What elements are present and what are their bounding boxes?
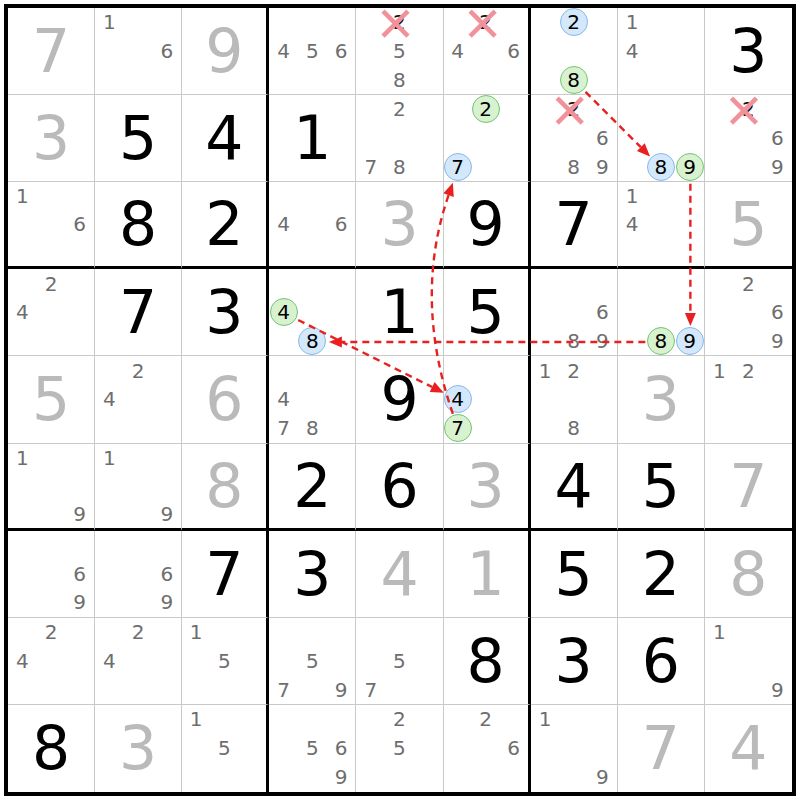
solver-placed-digit: 4	[729, 718, 767, 778]
given-digit: 2	[205, 194, 243, 254]
cell-r8c5[interactable]: 57	[356, 618, 443, 705]
candidate-8: 8	[559, 153, 588, 182]
candidate-2: 2	[559, 95, 588, 124]
candidate-6: 6	[500, 37, 528, 66]
cell-r8c7[interactable]: 3	[531, 618, 618, 705]
candidate-6: 6	[65, 559, 94, 588]
solver-placed-digit: 7	[32, 21, 70, 81]
cell-r9c5[interactable]: 25	[356, 705, 443, 792]
cell-r4c3[interactable]: 3	[182, 269, 269, 356]
candidate-6: 6	[65, 210, 94, 238]
cell-r2c3[interactable]: 4	[182, 95, 269, 182]
cell-r3c2[interactable]: 8	[95, 182, 182, 269]
candidate-9: 9	[65, 500, 94, 528]
candidate-2: 2	[734, 269, 763, 298]
cell-r7c1[interactable]: 69	[8, 531, 95, 618]
candidate-4: 4	[618, 37, 647, 66]
green-chain-node-circle: 4	[270, 298, 298, 326]
candidate-9: 9	[588, 763, 617, 792]
solver-placed-digit: 3	[467, 456, 505, 516]
green-chain-node-circle: 2	[472, 95, 500, 123]
candidate-9: 9	[327, 763, 356, 792]
candidate-5: 5	[385, 646, 414, 675]
candidate-6: 6	[153, 559, 182, 588]
cell-r4c8[interactable]: 89	[618, 269, 705, 356]
candidate-1: 1	[531, 705, 560, 734]
candidate-6: 6	[588, 298, 617, 327]
cell-r6c2[interactable]: 19	[95, 444, 182, 531]
cell-r3c8[interactable]: 14	[618, 182, 705, 269]
blue-chain-node-circle: 2	[560, 8, 588, 36]
candidate-7: 7	[356, 675, 385, 704]
cell-r9c4[interactable]: 569	[269, 705, 356, 792]
given-digit: 1	[380, 282, 418, 342]
candidate-9: 9	[763, 153, 792, 182]
candidate-7: 7	[444, 414, 472, 443]
candidate-8: 8	[559, 65, 588, 94]
cell-r6c4[interactable]: 2	[269, 444, 356, 531]
given-digit: 4	[555, 456, 593, 516]
solver-placed-digit: 5	[32, 369, 70, 429]
cell-r1c9[interactable]: 3	[705, 8, 792, 95]
sudoku-board: 7169456258246281433541278272689892691682…	[4, 4, 796, 796]
solver-placed-digit: 4	[380, 544, 418, 604]
cell-r4c4[interactable]: 48	[269, 269, 356, 356]
candidate-2: 2	[472, 8, 500, 37]
candidate-5: 5	[210, 646, 238, 675]
given-digit: 3	[555, 631, 593, 691]
candidate-7: 7	[269, 675, 298, 704]
candidate-2: 2	[559, 356, 588, 385]
candidate-9: 9	[153, 588, 182, 617]
solver-placed-digit: 5	[729, 194, 767, 254]
candidate-6: 6	[327, 37, 356, 66]
candidate-1: 1	[182, 705, 210, 734]
cell-r1c3[interactable]: 9	[182, 8, 269, 95]
cell-r8c9[interactable]: 19	[705, 618, 792, 705]
cell-r7c2[interactable]: 69	[95, 531, 182, 618]
cell-r4c5[interactable]: 1	[356, 269, 443, 356]
given-digit: 8	[32, 718, 70, 778]
candidate-8: 8	[298, 327, 327, 356]
cell-r5c6[interactable]: 47	[444, 356, 531, 443]
cell-r9c9[interactable]: 4	[705, 705, 792, 792]
cell-r3c7[interactable]: 7	[531, 182, 618, 269]
cell-r9c1[interactable]: 8	[8, 705, 95, 792]
candidate-6: 6	[500, 734, 528, 763]
cell-r3c1[interactable]: 16	[8, 182, 95, 269]
cell-r4c1[interactable]: 24	[8, 269, 95, 356]
solver-placed-digit: 6	[205, 369, 243, 429]
candidate-1: 1	[531, 356, 560, 385]
candidate-2: 2	[124, 356, 153, 385]
candidate-2: 2	[734, 356, 763, 385]
cell-r8c3[interactable]: 15	[182, 618, 269, 705]
candidate-9: 9	[675, 327, 704, 356]
candidate-4: 4	[444, 37, 472, 66]
candidate-2: 2	[385, 705, 414, 734]
cell-r8c4[interactable]: 579	[269, 618, 356, 705]
cell-r5c2[interactable]: 24	[95, 356, 182, 443]
cell-r1c1[interactable]: 7	[8, 8, 95, 95]
blue-chain-node-circle: 8	[298, 327, 326, 355]
candidate-9: 9	[65, 588, 94, 617]
given-digit: 3	[293, 544, 331, 604]
candidate-6: 6	[763, 298, 792, 327]
candidate-4: 4	[8, 646, 37, 675]
given-digit: 9	[467, 194, 505, 254]
cell-r4c2[interactable]: 7	[95, 269, 182, 356]
candidate-9: 9	[327, 675, 356, 704]
candidate-1: 1	[95, 444, 124, 472]
green-chain-node-circle: 7	[444, 414, 472, 442]
cell-r2c4[interactable]: 1	[269, 95, 356, 182]
cell-r2c7[interactable]: 2689	[531, 95, 618, 182]
cell-r5c4[interactable]: 478	[269, 356, 356, 443]
cell-r3c3[interactable]: 2	[182, 182, 269, 269]
candidate-5: 5	[298, 734, 327, 763]
cell-r4c7[interactable]: 689	[531, 269, 618, 356]
candidate-7: 7	[356, 153, 385, 182]
solver-placed-digit: 8	[205, 456, 243, 516]
candidate-9: 9	[675, 153, 704, 182]
given-digit: 5	[642, 456, 680, 516]
candidate-6: 6	[327, 210, 356, 238]
cell-r2c6[interactable]: 27	[444, 95, 531, 182]
candidate-8: 8	[646, 327, 675, 356]
candidate-8: 8	[559, 327, 588, 356]
solver-placed-digit: 7	[642, 718, 680, 778]
cell-r9c3[interactable]: 15	[182, 705, 269, 792]
candidate-1: 1	[705, 618, 734, 647]
given-digit: 9	[380, 369, 418, 429]
candidate-2: 2	[385, 8, 414, 37]
cell-r7c3[interactable]: 7	[182, 531, 269, 618]
cell-r7c7[interactable]: 5	[531, 531, 618, 618]
given-digit: 5	[555, 544, 593, 604]
candidate-4: 4	[8, 298, 37, 327]
cell-r8c2[interactable]: 24	[95, 618, 182, 705]
candidate-5: 5	[385, 37, 414, 66]
candidate-6: 6	[588, 124, 617, 153]
candidate-5: 5	[210, 734, 238, 763]
cell-r8c1[interactable]: 24	[8, 618, 95, 705]
cell-r5c3[interactable]: 6	[182, 356, 269, 443]
given-digit: 7	[555, 194, 593, 254]
candidate-7: 7	[269, 414, 298, 443]
candidate-1: 1	[618, 182, 647, 210]
cell-r6c7[interactable]: 4	[531, 444, 618, 531]
cell-r7c5[interactable]: 4	[356, 531, 443, 618]
solver-placed-digit: 1	[467, 544, 505, 604]
cell-r1c2[interactable]: 16	[95, 8, 182, 95]
blue-chain-node-circle: 7	[444, 153, 472, 181]
given-digit: 2	[642, 544, 680, 604]
candidate-7: 7	[444, 153, 472, 182]
green-chain-node-circle: 9	[676, 153, 704, 181]
cell-r9c6[interactable]: 26	[444, 705, 531, 792]
cell-r4c9[interactable]: 269	[705, 269, 792, 356]
candidate-4: 4	[269, 385, 298, 414]
given-digit: 3	[205, 282, 243, 342]
candidate-1: 1	[8, 182, 37, 210]
candidate-2: 2	[37, 618, 66, 647]
given-digit: 4	[205, 108, 243, 168]
cell-r6c1[interactable]: 19	[8, 444, 95, 531]
candidate-2: 2	[734, 95, 763, 124]
candidate-4: 4	[618, 210, 647, 238]
candidate-9: 9	[763, 675, 792, 704]
candidate-5: 5	[298, 37, 327, 66]
candidate-5: 5	[385, 734, 414, 763]
cell-r1c4[interactable]: 456	[269, 8, 356, 95]
solver-placed-digit: 7	[729, 456, 767, 516]
candidate-2: 2	[385, 95, 414, 124]
cell-r7c4[interactable]: 3	[269, 531, 356, 618]
candidate-1: 1	[705, 356, 734, 385]
candidate-9: 9	[588, 153, 617, 182]
cell-r2c1[interactable]: 3	[8, 95, 95, 182]
cell-r6c6[interactable]: 3	[444, 444, 531, 531]
candidate-4: 4	[444, 385, 472, 414]
cell-r6c5[interactable]: 6	[356, 444, 443, 531]
candidate-8: 8	[385, 153, 414, 182]
candidate-4: 4	[95, 385, 124, 414]
candidate-9: 9	[153, 500, 182, 528]
candidate-2: 2	[472, 705, 500, 734]
cell-r3c4[interactable]: 46	[269, 182, 356, 269]
solver-placed-digit: 3	[32, 108, 70, 168]
blue-chain-node-circle: 9	[676, 327, 704, 355]
cell-r6c8[interactable]: 5	[618, 444, 705, 531]
cell-r9c8[interactable]: 7	[618, 705, 705, 792]
green-chain-node-circle: 8	[647, 327, 675, 355]
given-digit: 3	[729, 21, 767, 81]
cell-r5c1[interactable]: 5	[8, 356, 95, 443]
candidate-8: 8	[646, 153, 675, 182]
cell-r1c5[interactable]: 258	[356, 8, 443, 95]
cell-r5c9[interactable]: 12	[705, 356, 792, 443]
cell-r3c5[interactable]: 3	[356, 182, 443, 269]
cell-r6c3[interactable]: 8	[182, 444, 269, 531]
cell-r1c8[interactable]: 14	[618, 8, 705, 95]
cell-r5c8[interactable]: 3	[618, 356, 705, 443]
given-digit: 7	[119, 282, 157, 342]
cell-r2c2[interactable]: 5	[95, 95, 182, 182]
solver-placed-digit: 8	[729, 544, 767, 604]
solver-placed-digit: 3	[380, 194, 418, 254]
candidate-9: 9	[763, 327, 792, 356]
given-digit: 6	[642, 631, 680, 691]
cell-r2c5[interactable]: 278	[356, 95, 443, 182]
candidate-8: 8	[559, 414, 588, 443]
given-digit: 5	[467, 282, 505, 342]
green-chain-node-circle: 8	[560, 66, 588, 94]
candidate-6: 6	[153, 37, 182, 66]
given-digit: 8	[467, 631, 505, 691]
candidate-2: 2	[472, 95, 500, 124]
candidate-4: 4	[269, 210, 298, 238]
cell-r1c7[interactable]: 28	[531, 8, 618, 95]
cell-r7c6[interactable]: 1	[444, 531, 531, 618]
candidate-4: 4	[269, 298, 298, 327]
blue-chain-node-circle: 8	[647, 153, 675, 181]
cell-r7c8[interactable]: 2	[618, 531, 705, 618]
candidate-6: 6	[327, 734, 356, 763]
cell-r9c2[interactable]: 3	[95, 705, 182, 792]
solver-placed-digit: 3	[119, 718, 157, 778]
sudoku-solver-stage: 7169456258246281433541278272689892691682…	[0, 0, 800, 800]
cell-r3c6[interactable]: 9	[444, 182, 531, 269]
candidate-2: 2	[559, 8, 588, 37]
candidate-1: 1	[95, 8, 124, 37]
candidate-4: 4	[95, 646, 124, 675]
candidate-5: 5	[298, 646, 327, 675]
candidate-8: 8	[298, 414, 327, 443]
candidate-1: 1	[182, 618, 210, 647]
candidate-8: 8	[385, 65, 414, 94]
given-digit: 2	[293, 456, 331, 516]
candidate-1: 1	[8, 444, 37, 472]
blue-chain-node-circle: 4	[444, 385, 472, 413]
cell-r3c9[interactable]: 5	[705, 182, 792, 269]
cell-r5c7[interactable]: 128	[531, 356, 618, 443]
cell-r2c8[interactable]: 89	[618, 95, 705, 182]
cell-r5c5[interactable]: 9	[356, 356, 443, 443]
cell-r6c9[interactable]: 7	[705, 444, 792, 531]
given-digit: 5	[119, 108, 157, 168]
candidate-2: 2	[124, 618, 153, 647]
cell-r1c6[interactable]: 246	[444, 8, 531, 95]
candidate-2: 2	[37, 269, 66, 298]
cell-r8c8[interactable]: 6	[618, 618, 705, 705]
given-digit: 6	[380, 456, 418, 516]
cell-r4c6[interactable]: 5	[444, 269, 531, 356]
given-digit: 1	[293, 108, 331, 168]
solver-placed-digit: 9	[205, 21, 243, 81]
candidate-9: 9	[588, 327, 617, 356]
candidate-4: 4	[269, 37, 298, 66]
candidate-6: 6	[763, 124, 792, 153]
given-digit: 8	[119, 194, 157, 254]
solver-placed-digit: 3	[642, 369, 680, 429]
candidate-1: 1	[618, 8, 647, 37]
cell-r7c9[interactable]: 8	[705, 531, 792, 618]
cell-r8c6[interactable]: 8	[444, 618, 531, 705]
cell-r9c7[interactable]: 19	[531, 705, 618, 792]
cell-r2c9[interactable]: 269	[705, 95, 792, 182]
given-digit: 7	[205, 544, 243, 604]
